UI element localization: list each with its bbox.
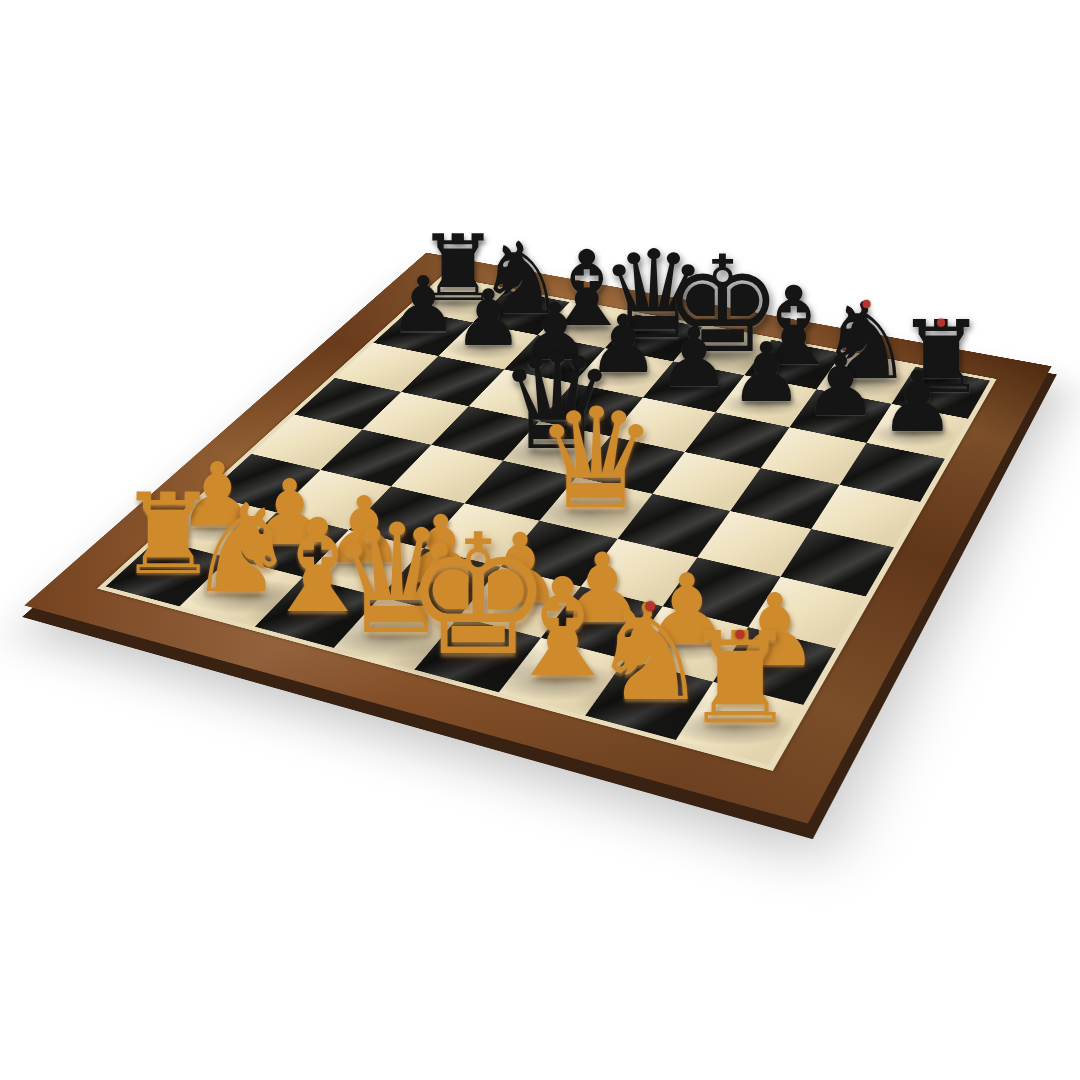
chessboard — [24, 253, 1051, 824]
board-maple-frame — [97, 276, 997, 771]
board-grid — [106, 279, 990, 765]
studio-photo-scene: ♜♞♝♛♚♝♞♜♟♟♟♟♟♟♟♟♛♛♟♟♟♟♟♟♟♟♜♞♝♛♚♝♞♜ — [0, 0, 1080, 1080]
